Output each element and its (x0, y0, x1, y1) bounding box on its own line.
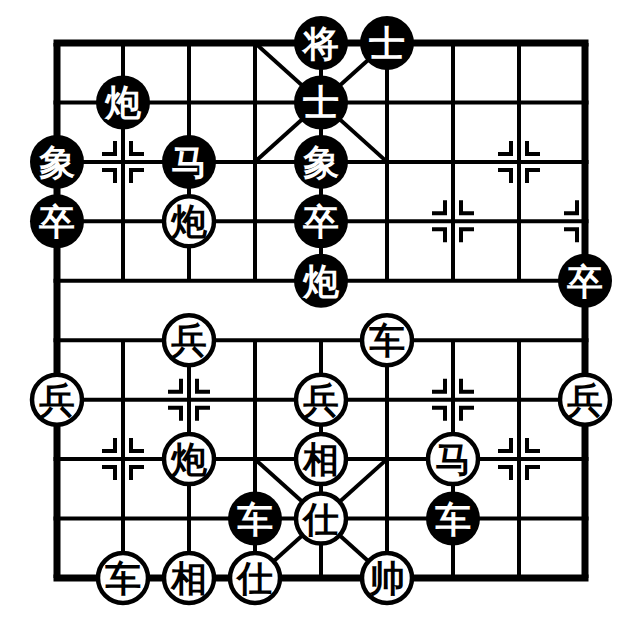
piece-white-chariot: 车 (362, 315, 412, 365)
piece-char: 仕 (301, 499, 339, 540)
piece-char: 兵 (170, 320, 207, 361)
piece-white-soldier: 兵 (560, 375, 610, 425)
piece-char: 仕 (235, 558, 273, 599)
piece-char: 兵 (566, 380, 603, 421)
piece-black-cannon: 炮 (96, 75, 150, 129)
piece-white-elephant: 相 (164, 553, 214, 603)
page: 将士炮士象马象卒炮卒炮卒兵车兵兵兵炮相马车仕车车相仕帅 (0, 0, 640, 640)
piece-char: 士 (369, 23, 405, 64)
piece-white-soldier: 兵 (296, 375, 346, 425)
piece-char: 士 (303, 82, 339, 123)
piece-white-chariot: 车 (98, 553, 148, 603)
piece-black-soldier: 卒 (30, 194, 84, 248)
piece-white-advisor: 仕 (230, 553, 280, 603)
piece-char: 将 (301, 23, 339, 64)
piece-black-advisor: 士 (360, 16, 414, 70)
piece-black-cannon: 炮 (294, 254, 348, 308)
piece-char: 车 (237, 499, 273, 540)
piece-char: 马 (435, 439, 471, 480)
piece-black-chariot: 车 (426, 492, 480, 546)
piece-char: 车 (105, 558, 141, 599)
piece-white-king: 帅 (362, 553, 412, 603)
piece-char: 车 (435, 499, 471, 540)
piece-char: 象 (39, 142, 75, 183)
piece-char: 卒 (566, 261, 603, 302)
piece-white-cannon: 炮 (164, 434, 214, 484)
piece-char: 车 (369, 320, 405, 361)
piece-char: 马 (171, 142, 207, 183)
piece-black-horse: 马 (162, 135, 216, 189)
piece-char: 炮 (302, 261, 340, 302)
piece-char: 炮 (170, 201, 208, 242)
piece-char: 相 (170, 558, 207, 599)
piece-black-chariot: 车 (228, 492, 282, 546)
piece-black-advisor: 士 (294, 75, 348, 129)
piece-white-horse: 马 (428, 434, 478, 484)
piece-black-soldier: 卒 (558, 254, 612, 308)
xiangqi-board: 将士炮士象马象卒炮卒炮卒兵车兵兵兵炮相马车仕车车相仕帅 (0, 0, 640, 640)
piece-white-elephant: 相 (296, 434, 346, 484)
piece-char: 帅 (368, 558, 405, 599)
piece-char: 兵 (302, 380, 339, 421)
piece-black-soldier: 卒 (294, 194, 348, 248)
piece-white-soldier: 兵 (164, 315, 214, 365)
piece-white-advisor: 仕 (296, 494, 346, 544)
piece-char: 卒 (38, 201, 75, 242)
piece-char: 炮 (104, 82, 142, 123)
piece-black-general: 将 (294, 16, 348, 70)
piece-char: 炮 (170, 439, 208, 480)
piece-white-cannon: 炮 (164, 196, 214, 246)
piece-black-elephant: 象 (30, 135, 84, 189)
piece-char: 卒 (302, 201, 339, 242)
piece-char: 相 (302, 439, 339, 480)
piece-char: 兵 (38, 380, 75, 421)
piece-black-elephant: 象 (294, 135, 348, 189)
piece-char: 象 (303, 142, 339, 183)
piece-white-soldier: 兵 (32, 375, 82, 425)
